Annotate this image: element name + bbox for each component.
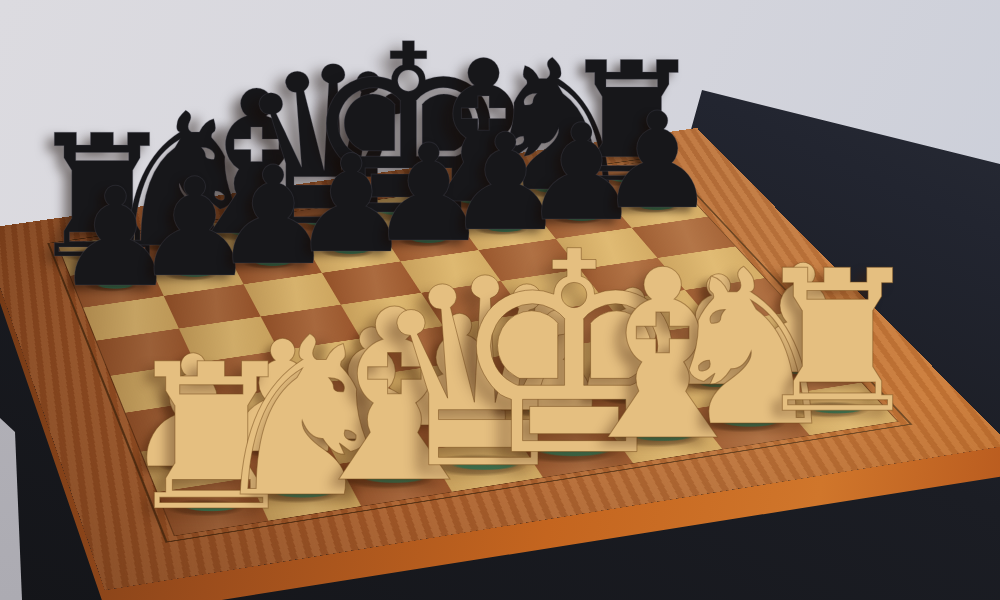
photo-scene: ♜♞♝♛♚♝♞♜♟♟♟♟♟♟♟♟♟♟♟♟♟♟♟♟♜♞♝♛♚♝♞♜ <box>0 0 1000 600</box>
board-squares <box>57 160 899 536</box>
